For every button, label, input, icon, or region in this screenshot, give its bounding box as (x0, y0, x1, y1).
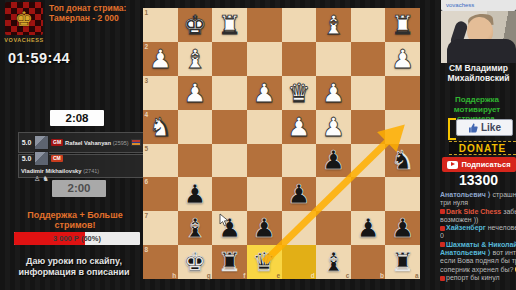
chat-message-5: Хайзенберг нечеловеческие 0-0- (440, 224, 516, 232)
piece-bR-f8[interactable]: ♜ (212, 245, 247, 279)
square-b7[interactable]: ♟ (351, 211, 386, 245)
square-c7[interactable] (316, 211, 351, 245)
chess-board[interactable]: 1♚♜♝♜2♟♝♟3♟♟♛♟4♞♟♟5♟♞6♟♟7♝♟♟♟♟8hg♚f♜e♛dc… (143, 8, 420, 279)
square-d3[interactable]: ♛ (282, 76, 317, 110)
square-e4[interactable] (247, 110, 282, 144)
rank-label-3: 3 (145, 77, 149, 84)
chat-message-7: Шахматы & Николай (440, 241, 516, 249)
square-h8[interactable]: 8h (143, 245, 178, 279)
square-a8[interactable]: a♜ (385, 245, 420, 279)
square-g2[interactable]: ♝ (178, 42, 213, 76)
rank-label-4: 4 (145, 111, 149, 118)
square-e6[interactable] (247, 177, 282, 211)
streamer-caption: СМ Владимир Михайловский (441, 64, 516, 83)
square-d7[interactable] (282, 211, 317, 245)
square-d5[interactable] (282, 144, 317, 178)
chat-text: если Вова поднял бы три нуля, (440, 257, 516, 264)
square-f2[interactable] (212, 42, 247, 76)
chat-message-10: соперник ахренел бы? (440, 266, 516, 274)
chat-text: нечеловеческие 0-0- (488, 224, 516, 231)
chat-message-6: 0 (440, 232, 516, 240)
donation-progress-text: 3 000 Р (60%) (14, 232, 140, 245)
member-badge-icon (440, 226, 445, 231)
rank-label-8: 8 (145, 246, 149, 253)
piece-wB-c1[interactable]: ♝ (316, 8, 351, 42)
chat-text: 0 (440, 232, 444, 239)
square-d8[interactable]: d (282, 245, 317, 279)
square-e2[interactable] (247, 42, 282, 76)
chat-text: страшно как-то (493, 191, 516, 198)
chat-message-9: если Вова поднял бы три нуля, (440, 257, 516, 265)
king-icon: ♚ (15, 9, 33, 29)
chat-message-2: три нуля (440, 199, 516, 207)
chat-message-11: репорт бы кинул (440, 274, 516, 282)
piece-wP-c4[interactable]: ♟ (316, 110, 351, 144)
streamer-rating: (2741) (83, 168, 99, 174)
piece-wK-g1[interactable]: ♚ (178, 8, 213, 42)
support-title: Поддержка + Больше стримов! (8, 210, 142, 230)
square-f4[interactable] (212, 110, 247, 144)
square-g3[interactable]: ♟ (178, 76, 213, 110)
chat-nick: Dark Side Chess (446, 208, 503, 215)
square-c4[interactable]: ♟ (316, 110, 351, 144)
square-c2[interactable] (316, 42, 351, 76)
opponent-title-badge: GM (51, 139, 63, 146)
chat-message-3: Dark Side Chess забыл что ход (440, 208, 516, 216)
chat-message-4: возможен )) (440, 216, 516, 224)
rank-label-6: 6 (145, 178, 149, 185)
square-a6[interactable] (385, 177, 420, 211)
file-label-g: g (207, 272, 211, 279)
chat-nick: Анатольевич ⟩ (440, 191, 493, 198)
rank-label-7: 7 (145, 212, 149, 219)
square-c5[interactable]: ♟ (316, 144, 351, 178)
player-row-streamer[interactable]: 5.0 CM Vladimir Mikhailovsky (2741) ♙ ♞ (18, 154, 144, 178)
square-e3[interactable]: ♟ (247, 76, 282, 110)
square-g6[interactable]: ♟ (178, 177, 213, 211)
file-label-h: h (172, 272, 176, 279)
square-e7[interactable]: ♟ (247, 211, 282, 245)
logo-checker-emblem: ♚ (5, 2, 43, 35)
yellow-corner-mark (448, 118, 456, 140)
file-label-d: d (311, 272, 315, 279)
piece-bP-g6[interactable]: ♟ (178, 177, 213, 211)
square-e1[interactable] (247, 8, 282, 42)
square-f8[interactable]: f♜ (212, 245, 247, 279)
file-label-c: c (346, 272, 350, 279)
black-player-clock: 2:00 (52, 180, 106, 197)
channel-logo: ♚ VOVACHESS (3, 2, 45, 43)
square-a1[interactable]: ♜ (385, 8, 420, 42)
member-badge-icon (440, 276, 445, 281)
webcam-feed (441, 11, 516, 63)
piece-bP-a7[interactable]: ♟ (385, 211, 420, 245)
square-h4[interactable]: 4♞ (143, 110, 178, 144)
stream-overlay: ♚ VOVACHESS Топ донат стрима: Тамерлан -… (0, 0, 516, 290)
piece-wR-f1[interactable]: ♜ (212, 8, 247, 42)
file-label-e: e (276, 272, 280, 279)
piece-bN-a5[interactable]: ♞ (385, 144, 420, 178)
piece-bP-e7[interactable]: ♟ (247, 211, 282, 245)
streamer-name: Vladimir Mikhailovsky (2741) (21, 168, 99, 174)
piece-bP-b7[interactable]: ♟ (351, 211, 386, 245)
chat-message-8: Анатольевич ⟩ вот интересно (440, 249, 516, 257)
top-donation-value: Тамерлан - 2 000 (49, 13, 145, 23)
square-c1[interactable]: ♝ (316, 8, 351, 42)
piece-bP-f7[interactable]: ♟ (212, 211, 247, 245)
stream-timer: 01:59:44 (8, 50, 70, 66)
square-d1[interactable] (282, 8, 317, 42)
square-b1[interactable] (351, 8, 386, 42)
piece-wP-d4[interactable]: ♟ (282, 110, 317, 144)
opponent-name: Rafael Vahanyan (2595) (65, 140, 129, 146)
square-b5[interactable] (351, 144, 386, 178)
square-b4[interactable] (351, 110, 386, 144)
webcam-torso (447, 39, 516, 63)
square-c6[interactable] (316, 177, 351, 211)
piece-wB-g2[interactable]: ♝ (178, 42, 213, 76)
piece-bB-g7[interactable]: ♝ (178, 211, 213, 245)
square-b8[interactable]: b (351, 245, 386, 279)
subscribe-button[interactable]: Подписаться (442, 157, 516, 172)
square-a3[interactable] (385, 76, 420, 110)
square-e5[interactable] (247, 144, 282, 178)
piece-bP-c5[interactable]: ♟ (316, 144, 351, 178)
square-a5[interactable]: ♞ (385, 144, 420, 178)
file-label-f: f (243, 272, 245, 279)
chat-text: репорт бы кинул (446, 274, 500, 281)
square-g4[interactable] (178, 110, 213, 144)
donate-button[interactable]: DONATE (449, 141, 516, 155)
square-g1[interactable]: ♚ (178, 8, 213, 42)
square-h7[interactable]: 7 (143, 211, 178, 245)
square-h5[interactable]: 5 (143, 144, 178, 178)
piece-wR-a1[interactable]: ♜ (385, 8, 420, 42)
chat-nick: Хайзенберг (446, 224, 488, 231)
browser-tab[interactable]: vovachess (441, 0, 516, 11)
square-h1[interactable]: 1 (143, 8, 178, 42)
piece-bP-d6[interactable]: ♟ (282, 177, 317, 211)
square-a7[interactable]: ♟ (385, 211, 420, 245)
piece-wP-e3[interactable]: ♟ (247, 76, 282, 110)
square-b3[interactable] (351, 76, 386, 110)
member-badge-icon (440, 242, 445, 247)
piece-wP-c3[interactable]: ♟ (316, 76, 351, 110)
armenia-flag-icon (131, 139, 141, 146)
square-d2[interactable] (282, 42, 317, 76)
square-h2[interactable]: 2♟ (143, 42, 178, 76)
file-label-a: a (415, 272, 419, 279)
square-c3[interactable]: ♟ (316, 76, 351, 110)
youtube-play-icon (447, 161, 458, 169)
like-label: Like (481, 122, 501, 133)
piece-wP-g3[interactable]: ♟ (178, 76, 213, 110)
square-f6[interactable] (212, 177, 247, 211)
file-label-b: b (380, 272, 384, 279)
opponent-score: 5.0 (21, 139, 32, 146)
square-f5[interactable] (212, 144, 247, 178)
rank-label-1: 1 (145, 9, 149, 16)
subscribe-label: Подписаться (461, 160, 510, 169)
chat-nick: Шахматы & Николай (446, 241, 516, 248)
square-a2[interactable]: ♟ (385, 42, 420, 76)
square-g8[interactable]: g♚ (178, 245, 213, 279)
lessons-info: Даю уроки по скайпу, информация в описан… (4, 256, 144, 277)
board-grid: 1♚♜♝♜2♟♝♟3♟♟♛♟4♞♟♟5♟♞6♟♟7♝♟♟♟♟8hg♚f♜e♛dc… (143, 8, 420, 279)
square-d6[interactable]: ♟ (282, 177, 317, 211)
chat-text: забыл что ход (503, 208, 516, 215)
chat-text: возможен )) (440, 216, 478, 223)
donation-progress-bar: 3 000 Р (60%) (14, 232, 140, 245)
chat-text: вот интересно (493, 249, 516, 256)
square-g5[interactable] (178, 144, 213, 178)
player-row-opponent[interactable]: 5.0 GM Rafael Vahanyan (2595) (18, 132, 144, 153)
member-badge-icon (440, 209, 445, 214)
square-f7[interactable]: ♟ (212, 211, 247, 245)
streamer-avatar (34, 151, 49, 166)
square-f3[interactable] (212, 76, 247, 110)
piece-wP-a2[interactable]: ♟ (385, 42, 420, 76)
top-donation: Топ донат стрима: Тамерлан - 2 000 (49, 3, 145, 23)
square-d4[interactable]: ♟ (282, 110, 317, 144)
square-f1[interactable]: ♜ (212, 8, 247, 42)
square-b6[interactable] (351, 177, 386, 211)
chat-nick: Анатольевич ⟩ (440, 249, 493, 256)
chat-message-1: Анатольевич ⟩ страшно как-то (440, 191, 516, 199)
streamer-title-badge: CM (51, 155, 63, 162)
opponent-rating: (2595) (113, 140, 129, 146)
like-button[interactable]: Like (456, 119, 513, 136)
thumb-up-icon (468, 123, 478, 133)
top-donation-label: Топ донат стрима: (49, 3, 145, 13)
opponent-avatar (34, 135, 49, 150)
square-h3[interactable]: 3 (143, 76, 178, 110)
square-c8[interactable]: c♝ (316, 245, 351, 279)
logo-text: VOVACHESS (3, 37, 45, 43)
subscriber-count: 13300 (441, 172, 516, 188)
square-h6[interactable]: 6 (143, 177, 178, 211)
square-g7[interactable]: ♝ (178, 211, 213, 245)
square-e8[interactable]: e♛ (247, 245, 282, 279)
chat-text: соперник ахренел бы? (440, 266, 514, 273)
square-b2[interactable] (351, 42, 386, 76)
white-player-clock: 2:08 (50, 110, 104, 126)
piece-wQ-d3[interactable]: ♛ (282, 76, 317, 110)
chat-panel[interactable]: Анатольевич ⟩ страшно как-тотри нуляDark… (440, 191, 516, 284)
square-a4[interactable] (385, 110, 420, 144)
piece-wP-h2[interactable]: ♟ (143, 42, 178, 76)
rank-label-5: 5 (145, 145, 149, 152)
piece-wN-h4[interactable]: ♞ (143, 110, 178, 144)
rank-label-2: 2 (145, 43, 149, 50)
streamer-score: 5.0 (21, 155, 32, 162)
chat-text: три нуля (440, 199, 468, 206)
